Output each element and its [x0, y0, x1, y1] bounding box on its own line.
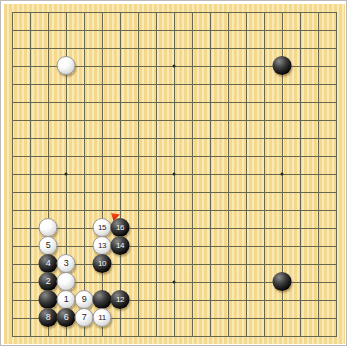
- stone-white-3[interactable]: 3: [57, 254, 76, 273]
- stone-white-1[interactable]: 1: [57, 290, 76, 309]
- move-number-label: 9: [82, 295, 87, 304]
- star-point: [173, 65, 176, 68]
- stone-black-8[interactable]: 8: [39, 308, 58, 327]
- stone-black-14[interactable]: 14: [111, 236, 130, 255]
- move-number-label: 11: [98, 314, 106, 322]
- stone-black[interactable]: [39, 290, 58, 309]
- stone-white-5[interactable]: 5: [39, 236, 58, 255]
- stone-white-15[interactable]: 15: [93, 218, 112, 237]
- move-number-label: 13: [98, 242, 106, 250]
- stone-white[interactable]: [57, 272, 76, 291]
- stone-black-16[interactable]: 16: [111, 218, 130, 237]
- grid-line-vertical: [318, 12, 319, 337]
- move-number-label: 1: [64, 295, 69, 304]
- move-number-label: 6: [64, 313, 69, 322]
- board-window: 15165131443102191286711: [0, 0, 347, 346]
- grid-line-vertical: [300, 12, 301, 337]
- grid-line-horizontal: [12, 210, 337, 211]
- grid-line-vertical: [246, 12, 247, 337]
- move-number-label: 16: [116, 224, 124, 232]
- stone-black-10[interactable]: 10: [93, 254, 112, 273]
- move-number-label: 8: [46, 313, 51, 322]
- stone-white[interactable]: [57, 56, 76, 75]
- grid-line-vertical: [264, 12, 265, 337]
- stone-black-2[interactable]: 2: [39, 272, 58, 291]
- stone-black[interactable]: [273, 272, 292, 291]
- stone-white[interactable]: [39, 218, 58, 237]
- grid-line-vertical: [228, 12, 229, 337]
- star-point: [173, 173, 176, 176]
- move-number-label: 3: [64, 259, 69, 268]
- grid-line-horizontal: [12, 192, 337, 193]
- star-point: [173, 281, 176, 284]
- stone-white-13[interactable]: 13: [93, 236, 112, 255]
- stone-black[interactable]: [93, 290, 112, 309]
- move-number-label: 12: [116, 296, 124, 304]
- move-number-label: 5: [46, 241, 51, 250]
- stone-black-6[interactable]: 6: [57, 308, 76, 327]
- move-number-label: 7: [82, 313, 87, 322]
- stone-black[interactable]: [273, 56, 292, 75]
- move-number-label: 15: [98, 224, 106, 232]
- stone-black-4[interactable]: 4: [39, 254, 58, 273]
- grid-line-vertical: [192, 12, 193, 337]
- stone-white-11[interactable]: 11: [93, 308, 112, 327]
- grid-line-vertical: [336, 12, 337, 337]
- stone-white-9[interactable]: 9: [75, 290, 94, 309]
- move-number-label: 14: [116, 242, 124, 250]
- grid-line-horizontal: [12, 336, 337, 337]
- go-board[interactable]: 15165131443102191286711: [4, 4, 345, 344]
- stone-white-7[interactable]: 7: [75, 308, 94, 327]
- move-number-label: 2: [46, 277, 51, 286]
- move-number-label: 4: [46, 259, 51, 268]
- grid-line-vertical: [210, 12, 211, 337]
- move-number-label: 10: [98, 260, 106, 268]
- grid-line-horizontal: [12, 228, 337, 229]
- stone-black-12[interactable]: 12: [111, 290, 130, 309]
- grid-line-horizontal: [12, 246, 337, 247]
- star-point: [65, 173, 68, 176]
- star-point: [281, 173, 284, 176]
